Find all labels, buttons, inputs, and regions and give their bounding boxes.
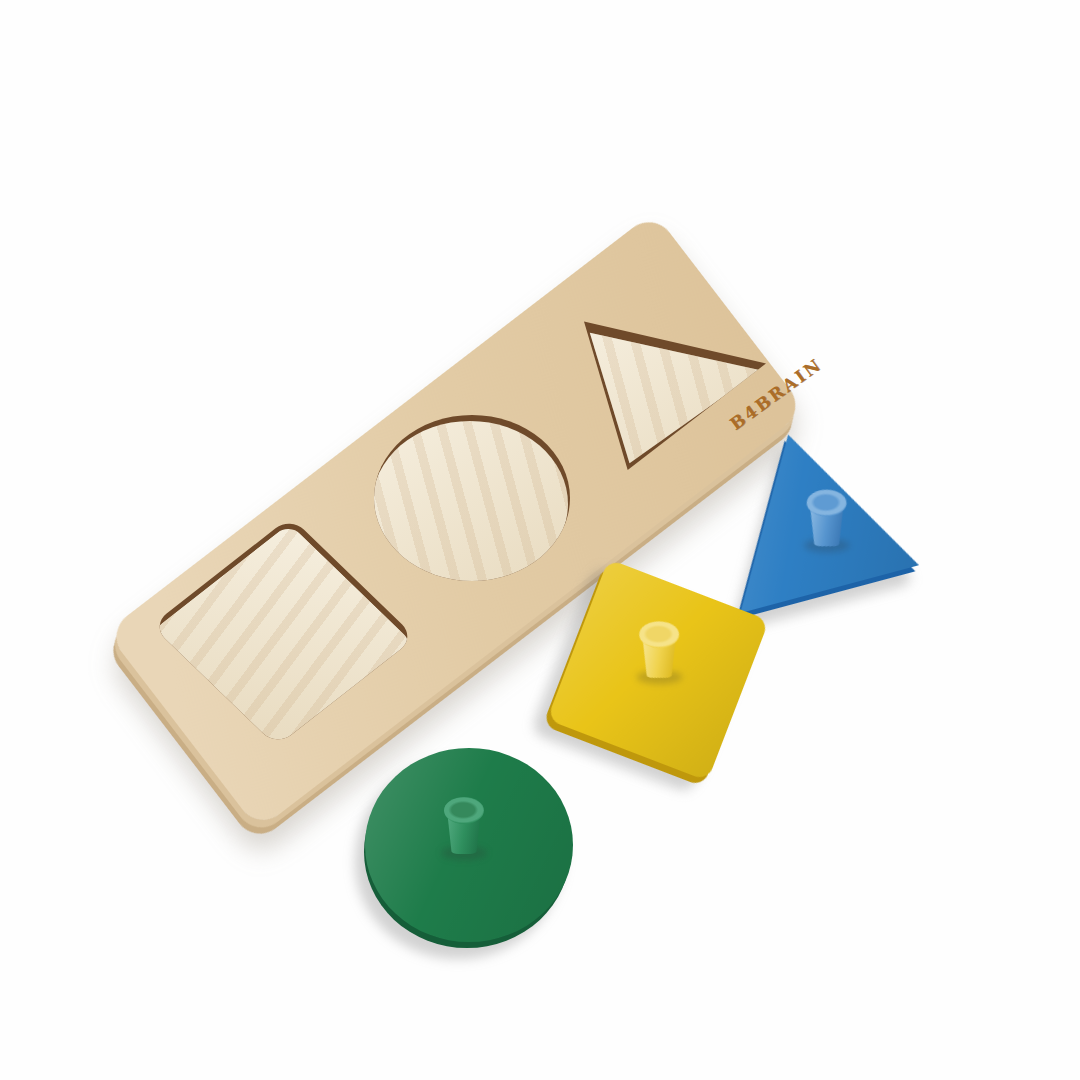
circle-slot-surface: [374, 421, 568, 581]
triangle-knob[interactable]: [807, 489, 847, 547]
square-knob[interactable]: [639, 621, 679, 679]
circle-slot[interactable]: [374, 415, 570, 581]
scene: B4BRAIN: [0, 0, 1080, 1080]
triangle-knob-top: [807, 489, 847, 516]
circle-knob[interactable]: [444, 797, 484, 855]
square-knob-top: [639, 621, 679, 648]
circle-knob-top: [444, 797, 484, 824]
circle-piece[interactable]: [365, 748, 573, 942]
